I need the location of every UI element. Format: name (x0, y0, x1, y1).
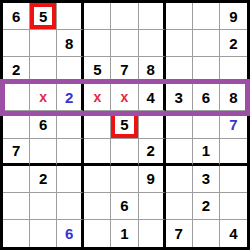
cell-r5c9[interactable]: 7 (220, 111, 247, 138)
cell-r2c9[interactable]: 2 (220, 30, 247, 57)
given-digit: 8 (146, 62, 154, 77)
cell-r4c3[interactable]: 2 (57, 84, 84, 111)
given-digit: 1 (120, 226, 128, 241)
cell-r1c5[interactable] (111, 3, 138, 30)
cell-r9c9[interactable]: 4 (220, 220, 247, 247)
cell-r4c2[interactable]: x (30, 84, 57, 111)
cell-r8c2[interactable] (30, 193, 57, 220)
sudoku-board: 659822578x2xx4368657721293626174 (0, 0, 250, 250)
given-digit: 6 (120, 198, 128, 213)
cell-r8c4[interactable] (84, 193, 111, 220)
cell-r2c6[interactable] (139, 30, 166, 57)
given-digit: 7 (12, 143, 20, 158)
given-digit: 9 (146, 171, 154, 186)
cell-r7c1[interactable] (3, 166, 30, 193)
given-digit: 2 (39, 171, 47, 186)
cell-r6c1[interactable]: 7 (3, 139, 30, 166)
cell-r5c4[interactable] (84, 111, 111, 138)
cell-r2c2[interactable] (30, 30, 57, 57)
cell-r2c4[interactable] (84, 30, 111, 57)
cell-r9c1[interactable] (3, 220, 30, 247)
cell-r2c3[interactable]: 8 (57, 30, 84, 57)
given-digit: 2 (12, 62, 20, 77)
cell-r1c3[interactable] (57, 3, 84, 30)
cell-r7c6[interactable]: 9 (139, 166, 166, 193)
cell-r2c7[interactable] (166, 30, 193, 57)
cell-r7c7[interactable] (166, 166, 193, 193)
cell-r5c6[interactable] (139, 111, 166, 138)
x-mark: x (39, 90, 47, 104)
cell-r6c7[interactable] (166, 139, 193, 166)
given-digit: 6 (202, 90, 210, 105)
cell-r9c7[interactable]: 7 (166, 220, 193, 247)
cell-r4c4[interactable]: x (84, 84, 111, 111)
cell-r3c5[interactable]: 7 (111, 57, 138, 84)
cell-r1c8[interactable] (193, 3, 220, 30)
given-digit: 7 (175, 226, 183, 241)
given-digit: 6 (12, 9, 20, 24)
cell-r8c1[interactable] (3, 193, 30, 220)
cell-r8c3[interactable] (57, 193, 84, 220)
user-digit: 2 (65, 90, 73, 105)
given-digit: 8 (65, 36, 73, 51)
cell-r6c5[interactable] (111, 139, 138, 166)
given-digit: 7 (120, 62, 128, 77)
cell-r1c9[interactable]: 9 (220, 3, 247, 30)
given-digit: 1 (202, 143, 210, 158)
user-digit: 7 (229, 117, 237, 132)
cell-r1c7[interactable] (166, 3, 193, 30)
cell-r9c3[interactable]: 6 (57, 220, 84, 247)
cell-r4c6[interactable]: 4 (139, 84, 166, 111)
cell-r2c1[interactable] (3, 30, 30, 57)
given-digit: 3 (202, 171, 210, 186)
cell-r3c3[interactable] (57, 57, 84, 84)
cell-r4c7[interactable]: 3 (166, 84, 193, 111)
sudoku-app: 659822578x2xx4368657721293626174 (0, 0, 250, 250)
cell-r9c5[interactable]: 1 (111, 220, 138, 247)
given-digit: 4 (146, 90, 154, 105)
cell-r5c7[interactable] (166, 111, 193, 138)
x-mark: x (121, 90, 129, 104)
cell-r3c2[interactable] (30, 57, 57, 84)
given-digit: 2 (146, 143, 154, 158)
cell-r2c8[interactable] (193, 30, 220, 57)
cell-r9c8[interactable] (193, 220, 220, 247)
cell-r8c5[interactable]: 6 (111, 193, 138, 220)
cell-r4c9[interactable]: 8 (220, 84, 247, 111)
given-digit: 6 (39, 117, 47, 132)
cell-r4c8[interactable]: 6 (193, 84, 220, 111)
given-digit: 2 (229, 36, 237, 51)
cell-r7c5[interactable] (111, 166, 138, 193)
cell-r5c8[interactable] (193, 111, 220, 138)
given-digit: 5 (120, 117, 128, 132)
cell-r1c4[interactable] (84, 3, 111, 30)
cell-r7c4[interactable] (84, 166, 111, 193)
cell-r8c6[interactable] (139, 193, 166, 220)
given-digit: 5 (39, 9, 47, 24)
cell-r3c1[interactable]: 2 (3, 57, 30, 84)
cell-r3c8[interactable] (193, 57, 220, 84)
cell-r3c7[interactable] (166, 57, 193, 84)
cell-r7c8[interactable]: 3 (193, 166, 220, 193)
cell-r5c3[interactable] (57, 111, 84, 138)
cell-r3c6[interactable]: 8 (139, 57, 166, 84)
cell-r6c9[interactable] (220, 139, 247, 166)
given-digit: 9 (229, 9, 237, 24)
cell-r7c3[interactable] (57, 166, 84, 193)
cell-r9c2[interactable] (30, 220, 57, 247)
cell-r7c2[interactable]: 2 (30, 166, 57, 193)
cell-r8c8[interactable]: 2 (193, 193, 220, 220)
given-digit: 3 (175, 90, 183, 105)
cell-r4c1[interactable] (3, 84, 30, 111)
cell-r3c9[interactable] (220, 57, 247, 84)
cell-r6c3[interactable] (57, 139, 84, 166)
cell-r9c4[interactable] (84, 220, 111, 247)
cell-r1c6[interactable] (139, 3, 166, 30)
given-digit: 2 (202, 198, 210, 213)
cell-r6c2[interactable] (30, 139, 57, 166)
cell-r4c5[interactable]: x (111, 84, 138, 111)
cell-r1c2[interactable]: 5 (30, 3, 57, 30)
given-digit: 4 (229, 226, 237, 241)
cell-r5c2[interactable]: 6 (30, 111, 57, 138)
cell-r7c9[interactable] (220, 166, 247, 193)
cell-r8c7[interactable] (166, 193, 193, 220)
cell-r6c4[interactable] (84, 139, 111, 166)
cell-r5c1[interactable] (3, 111, 30, 138)
given-digit: 8 (229, 90, 237, 105)
cell-r2c5[interactable] (111, 30, 138, 57)
cell-r3c4[interactable]: 5 (84, 57, 111, 84)
given-digit: 5 (93, 62, 101, 77)
user-digit: 6 (65, 226, 73, 241)
x-mark: x (93, 90, 101, 104)
cell-r6c6[interactable]: 2 (139, 139, 166, 166)
cell-r1c1[interactable]: 6 (3, 3, 30, 30)
cell-r8c9[interactable] (220, 193, 247, 220)
cell-r6c8[interactable]: 1 (193, 139, 220, 166)
cell-r9c6[interactable] (139, 220, 166, 247)
cell-r5c5[interactable]: 5 (111, 111, 138, 138)
